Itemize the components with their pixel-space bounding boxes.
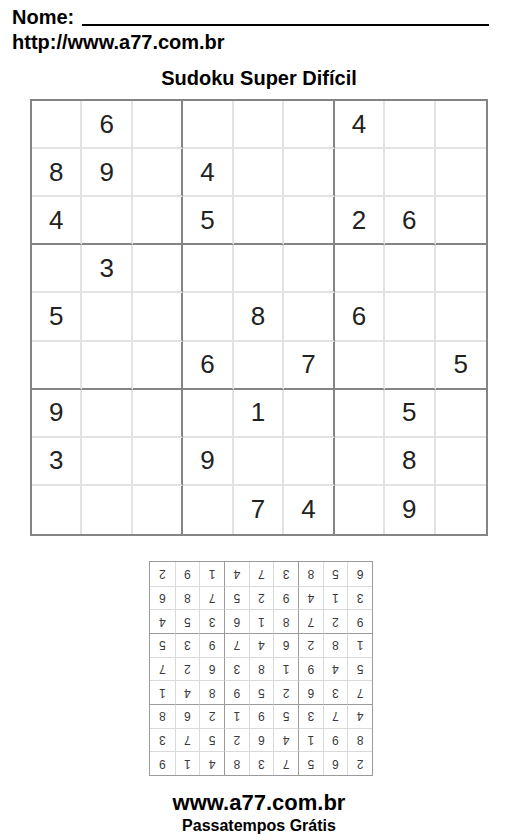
sudoku-cell-empty[interactable] — [133, 149, 183, 197]
sudoku-cell-empty[interactable] — [335, 486, 385, 534]
sudoku-cell-empty[interactable] — [436, 149, 486, 197]
sudoku-cell-given: 9 — [82, 149, 132, 197]
solution-cell: 4 — [224, 562, 249, 586]
sudoku-cell-given: 5 — [32, 293, 82, 341]
sudoku-cell-empty[interactable] — [436, 438, 486, 486]
sudoku-cell-empty[interactable] — [284, 245, 334, 293]
sudoku-cell-empty[interactable] — [234, 245, 284, 293]
sudoku-cell-empty[interactable] — [234, 101, 284, 149]
sudoku-cell-empty[interactable] — [133, 486, 183, 534]
solution-cell: 3 — [323, 680, 348, 704]
sudoku-cell-empty[interactable] — [183, 390, 233, 438]
site-url: http://www.a77.com.br — [12, 30, 518, 54]
solution-cell: 7 — [150, 657, 175, 681]
sudoku-cell-empty[interactable] — [284, 101, 334, 149]
sudoku-cell-given: 9 — [183, 438, 233, 486]
sudoku-cell-given: 4 — [32, 197, 82, 245]
sudoku-cell-empty[interactable] — [133, 245, 183, 293]
solution-cell: 9 — [347, 609, 372, 633]
solution-cell: 4 — [175, 680, 200, 704]
solution-cell: 2 — [249, 586, 274, 610]
solution-cell: 8 — [150, 704, 175, 728]
sudoku-cell-empty[interactable] — [436, 390, 486, 438]
solution-cell: 4 — [150, 609, 175, 633]
sudoku-cell-given: 3 — [32, 438, 82, 486]
sudoku-board: 6489445263586675915398749 — [30, 99, 488, 536]
solution-cell: 3 — [175, 633, 200, 657]
sudoku-cell-empty[interactable] — [133, 197, 183, 245]
solution-cell: 9 — [273, 586, 298, 610]
solution-cell: 9 — [298, 657, 323, 681]
solution-cell: 1 — [298, 728, 323, 752]
footer: www.a77.com.br Passatempos Grátis — [0, 790, 518, 836]
solution-cell: 1 — [199, 562, 224, 586]
name-row: Nome: — [12, 0, 489, 28]
solution-cell: 9 — [175, 562, 200, 586]
sudoku-cell-given: 9 — [385, 486, 435, 534]
sudoku-cell-empty[interactable] — [133, 293, 183, 341]
sudoku-cell-given: 6 — [385, 197, 435, 245]
sudoku-cell-empty[interactable] — [82, 438, 132, 486]
sudoku-cell-given: 7 — [234, 486, 284, 534]
solution-cell: 5 — [150, 633, 175, 657]
sudoku-cell-empty[interactable] — [385, 342, 435, 390]
sudoku-cell-given: 5 — [436, 342, 486, 390]
solution-cell: 1 — [323, 586, 348, 610]
solution-cell: 2 — [273, 680, 298, 704]
solution-cell: 9 — [199, 633, 224, 657]
solution-cell: 5 — [175, 609, 200, 633]
sudoku-cell-given: 4 — [183, 149, 233, 197]
sudoku-cell-given: 4 — [284, 486, 334, 534]
solution-cell: 1 — [249, 609, 274, 633]
solution-cell: 8 — [199, 680, 224, 704]
solution-cell: 1 — [273, 657, 298, 681]
solution-cell: 5 — [298, 751, 323, 775]
solution-cell: 5 — [273, 704, 298, 728]
sudoku-cell-empty[interactable] — [234, 342, 284, 390]
solution-cell: 6 — [224, 609, 249, 633]
solution-cell: 7 — [273, 751, 298, 775]
sudoku-cell-empty[interactable] — [234, 438, 284, 486]
solution-cell: 3 — [298, 704, 323, 728]
sudoku-cell-empty[interactable] — [82, 342, 132, 390]
sudoku-cell-empty[interactable] — [82, 390, 132, 438]
sudoku-cell-empty[interactable] — [234, 149, 284, 197]
sudoku-cell-given: 7 — [284, 342, 334, 390]
sudoku-cell-empty[interactable] — [335, 245, 385, 293]
sudoku-cell-empty[interactable] — [183, 101, 233, 149]
sudoku-cell-empty[interactable] — [82, 197, 132, 245]
solution-cell: 4 — [249, 633, 274, 657]
sudoku-cell-empty[interactable] — [234, 197, 284, 245]
sudoku-cell-empty[interactable] — [183, 293, 233, 341]
page-title: Sudoku Super Difícil — [0, 66, 518, 90]
footer-site: www.a77.com.br — [0, 790, 518, 816]
sudoku-cell-given: 6 — [335, 293, 385, 341]
sudoku-cell-empty[interactable] — [82, 486, 132, 534]
name-blank-line[interactable] — [82, 23, 489, 26]
printable-sudoku-page: Nome: http://www.a77.com.br Sudoku Super… — [0, 0, 518, 840]
sudoku-cell-empty[interactable] — [32, 101, 82, 149]
solution-cell: 4 — [323, 657, 348, 681]
footer-tagline: Passatempos Grátis — [0, 816, 518, 836]
solution-cell: 2 — [224, 728, 249, 752]
solution-cell: 8 — [298, 562, 323, 586]
solution-cell: 8 — [175, 586, 200, 610]
solution-cell: 6 — [249, 728, 274, 752]
sudoku-cell-empty[interactable] — [385, 293, 435, 341]
sudoku-cell-empty[interactable] — [133, 438, 183, 486]
sudoku-cell-empty[interactable] — [436, 101, 486, 149]
solution-cell: 7 — [224, 633, 249, 657]
solution-cell: 1 — [347, 633, 372, 657]
sudoku-cell-empty[interactable] — [183, 245, 233, 293]
solution-cell: 6 — [298, 680, 323, 704]
sudoku-cell-empty[interactable] — [284, 197, 334, 245]
solution-cell: 4 — [298, 586, 323, 610]
solution-board-rotated: 2657384198914625734735912687362598415491… — [149, 561, 373, 776]
solution-cell: 6 — [273, 633, 298, 657]
solution-cell: 5 — [224, 586, 249, 610]
sudoku-cell-given: 8 — [234, 293, 284, 341]
solution-cell: 3 — [150, 728, 175, 752]
solution-cell: 8 — [224, 751, 249, 775]
sudoku-cell-empty[interactable] — [284, 390, 334, 438]
sudoku-cell-empty[interactable] — [436, 245, 486, 293]
solution-cell: 3 — [224, 657, 249, 681]
solution-cell: 9 — [224, 680, 249, 704]
sudoku-cell-empty[interactable] — [32, 245, 82, 293]
solution-cell: 3 — [199, 609, 224, 633]
solution-cell: 2 — [175, 657, 200, 681]
solution-cell: 2 — [199, 704, 224, 728]
solution-cell: 8 — [347, 728, 372, 752]
solution-cell: 2 — [298, 633, 323, 657]
solution-cell: 4 — [273, 728, 298, 752]
solution-cell: 3 — [249, 751, 274, 775]
solution-cell: 9 — [249, 704, 274, 728]
solution-cell: 5 — [347, 657, 372, 681]
solution-cell: 6 — [347, 562, 372, 586]
solution-cell: 3 — [347, 586, 372, 610]
sudoku-cell-given: 8 — [385, 438, 435, 486]
sudoku-cell-empty[interactable] — [32, 342, 82, 390]
solution-cell: 7 — [199, 586, 224, 610]
sudoku-cell-empty[interactable] — [133, 390, 183, 438]
solution-cell: 2 — [150, 562, 175, 586]
sudoku-cell-given: 1 — [234, 390, 284, 438]
sudoku-cell-empty[interactable] — [385, 101, 435, 149]
sudoku-cell-given: 8 — [32, 149, 82, 197]
sudoku-cell-given: 2 — [335, 197, 385, 245]
solution-cell: 2 — [347, 751, 372, 775]
solution-cell: 6 — [199, 657, 224, 681]
solution-cell: 4 — [347, 704, 372, 728]
sudoku-cell-given: 9 — [32, 390, 82, 438]
solution-cell: 6 — [323, 751, 348, 775]
solution-cell: 1 — [150, 680, 175, 704]
sudoku-cell-empty[interactable] — [335, 390, 385, 438]
solution-cell: 1 — [224, 704, 249, 728]
sudoku-cell-empty[interactable] — [183, 486, 233, 534]
solution-cell: 7 — [249, 562, 274, 586]
sudoku-cell-empty[interactable] — [133, 101, 183, 149]
solution-cell: 5 — [249, 680, 274, 704]
sudoku-cell-empty[interactable] — [335, 438, 385, 486]
solution-area: 2657384198914625734735912687362598415491… — [149, 561, 373, 776]
sudoku-cell-empty[interactable] — [284, 149, 334, 197]
sudoku-cell-given: 6 — [183, 342, 233, 390]
solution-cell: 2 — [323, 609, 348, 633]
solution-cell: 5 — [323, 562, 348, 586]
sudoku-cell-empty[interactable] — [335, 149, 385, 197]
sudoku-cell-given: 6 — [82, 101, 132, 149]
sudoku-cell-given: 5 — [385, 390, 435, 438]
sudoku-cell-empty[interactable] — [436, 486, 486, 534]
solution-cell: 4 — [199, 751, 224, 775]
sudoku-cell-empty[interactable] — [436, 197, 486, 245]
sudoku-cell-empty[interactable] — [436, 293, 486, 341]
solution-cell: 7 — [298, 609, 323, 633]
sudoku-cell-empty[interactable] — [385, 245, 435, 293]
name-label: Nome: — [12, 6, 74, 28]
sudoku-cell-given: 3 — [82, 245, 132, 293]
solution-cell: 6 — [175, 704, 200, 728]
sudoku-cell-empty[interactable] — [385, 149, 435, 197]
sudoku-cell-empty[interactable] — [32, 486, 82, 534]
solution-cell: 9 — [150, 751, 175, 775]
sudoku-cell-empty[interactable] — [284, 293, 334, 341]
solution-cell: 1 — [175, 751, 200, 775]
solution-cell: 8 — [323, 633, 348, 657]
solution-cell: 6 — [150, 586, 175, 610]
solution-cell: 8 — [249, 657, 274, 681]
solution-cell: 8 — [273, 609, 298, 633]
solution-cell: 9 — [323, 728, 348, 752]
solution-cell: 7 — [347, 680, 372, 704]
solution-cell: 7 — [323, 704, 348, 728]
sudoku-cell-given: 4 — [335, 101, 385, 149]
solution-cell: 5 — [199, 728, 224, 752]
sudoku-cell-given: 5 — [183, 197, 233, 245]
sudoku-cell-empty[interactable] — [82, 293, 132, 341]
sudoku-cell-empty[interactable] — [335, 342, 385, 390]
sudoku-cell-empty[interactable] — [133, 342, 183, 390]
sudoku-cell-empty[interactable] — [284, 438, 334, 486]
solution-cell: 3 — [273, 562, 298, 586]
solution-cell: 7 — [175, 728, 200, 752]
